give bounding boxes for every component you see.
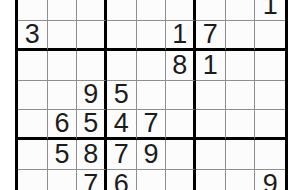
sudoku-cell-r8c7[interactable] [196, 170, 226, 190]
sudoku-given-r7c4[interactable]: 7 [107, 140, 137, 170]
sudoku-cell-r7c6[interactable] [166, 140, 196, 170]
sudoku-given-r7c2[interactable]: 5 [48, 140, 78, 170]
sudoku-cell-r4c9[interactable] [255, 51, 285, 81]
sudoku-given-r6c4[interactable]: 4 [107, 110, 137, 140]
sudoku-given-r6c5[interactable]: 7 [137, 110, 167, 140]
sudoku-cell-r2c8[interactable] [226, 0, 256, 21]
sudoku-cell-r2c6[interactable] [166, 0, 196, 21]
sudoku-given-r4c7[interactable]: 1 [196, 51, 226, 81]
sudoku-cell-r2c5[interactable] [137, 0, 167, 21]
sudoku-cell-r5c7[interactable] [196, 81, 226, 111]
sudoku-cell-r5c1[interactable] [18, 81, 48, 111]
sudoku-given-r5c4[interactable]: 5 [107, 81, 137, 111]
sudoku-grid: 1317819565475879769 [15, 0, 288, 190]
sudoku-cell-r3c8[interactable] [226, 21, 256, 51]
sudoku-cell-r5c9[interactable] [255, 81, 285, 111]
sudoku-cell-r3c9[interactable] [255, 21, 285, 51]
sudoku-cell-r6c9[interactable] [255, 110, 285, 140]
sudoku-given-r6c2[interactable]: 6 [48, 110, 78, 140]
sudoku-cell-r2c2[interactable] [48, 0, 78, 21]
sudoku-cell-r6c7[interactable] [196, 110, 226, 140]
sudoku-cell-r3c2[interactable] [48, 21, 78, 51]
sudoku-cell-r4c1[interactable] [18, 51, 48, 81]
sudoku-cell-r3c4[interactable] [107, 21, 137, 51]
sudoku-cell-r3c5[interactable] [137, 21, 167, 51]
sudoku-given-r6c3[interactable]: 5 [77, 110, 107, 140]
sudoku-cell-r2c1[interactable] [18, 0, 48, 21]
sudoku-cell-r7c7[interactable] [196, 140, 226, 170]
sudoku-given-r3c7[interactable]: 7 [196, 21, 226, 51]
sudoku-given-r7c5[interactable]: 9 [137, 140, 167, 170]
sudoku-cell-r5c5[interactable] [137, 81, 167, 111]
sudoku-cell-r7c1[interactable] [18, 140, 48, 170]
sudoku-cell-r8c6[interactable] [166, 170, 196, 190]
sudoku-given-r8c3[interactable]: 7 [77, 170, 107, 190]
sudoku-given-r3c6[interactable]: 1 [166, 21, 196, 51]
sudoku-cell-r2c7[interactable] [196, 0, 226, 21]
sudoku-cell-r5c8[interactable] [226, 81, 256, 111]
sudoku-cell-r5c6[interactable] [166, 81, 196, 111]
sudoku-cell-r4c4[interactable] [107, 51, 137, 81]
sudoku-cell-r4c3[interactable] [77, 51, 107, 81]
sudoku-cell-r4c8[interactable] [226, 51, 256, 81]
sudoku-cell-r2c4[interactable] [107, 0, 137, 21]
sudoku-cell-r6c1[interactable] [18, 110, 48, 140]
sudoku-cell-r4c2[interactable] [48, 51, 78, 81]
sudoku-cell-r6c8[interactable] [226, 110, 256, 140]
sudoku-given-r4c6[interactable]: 8 [166, 51, 196, 81]
sudoku-cell-r2c3[interactable] [77, 0, 107, 21]
sudoku-cell-r4c5[interactable] [137, 51, 167, 81]
sudoku-screenshot: 1317819565475879769 [0, 0, 304, 190]
sudoku-given-r8c4[interactable]: 6 [107, 170, 137, 190]
sudoku-cell-r7c9[interactable] [255, 140, 285, 170]
sudoku-given-r2c9[interactable]: 1 [255, 0, 285, 21]
sudoku-cell-r6c6[interactable] [166, 110, 196, 140]
sudoku-given-r5c3[interactable]: 9 [77, 81, 107, 111]
sudoku-given-r7c3[interactable]: 8 [77, 140, 107, 170]
sudoku-cell-r8c2[interactable] [48, 170, 78, 190]
sudoku-cell-r7c8[interactable] [226, 140, 256, 170]
sudoku-cell-r8c8[interactable] [226, 170, 256, 190]
sudoku-given-r3c1[interactable]: 3 [18, 21, 48, 51]
sudoku-cell-r8c1[interactable] [18, 170, 48, 190]
sudoku-cell-r3c3[interactable] [77, 21, 107, 51]
sudoku-given-r8c9[interactable]: 9 [255, 170, 285, 190]
sudoku-cell-r8c5[interactable] [137, 170, 167, 190]
sudoku-cell-r5c2[interactable] [48, 81, 78, 111]
